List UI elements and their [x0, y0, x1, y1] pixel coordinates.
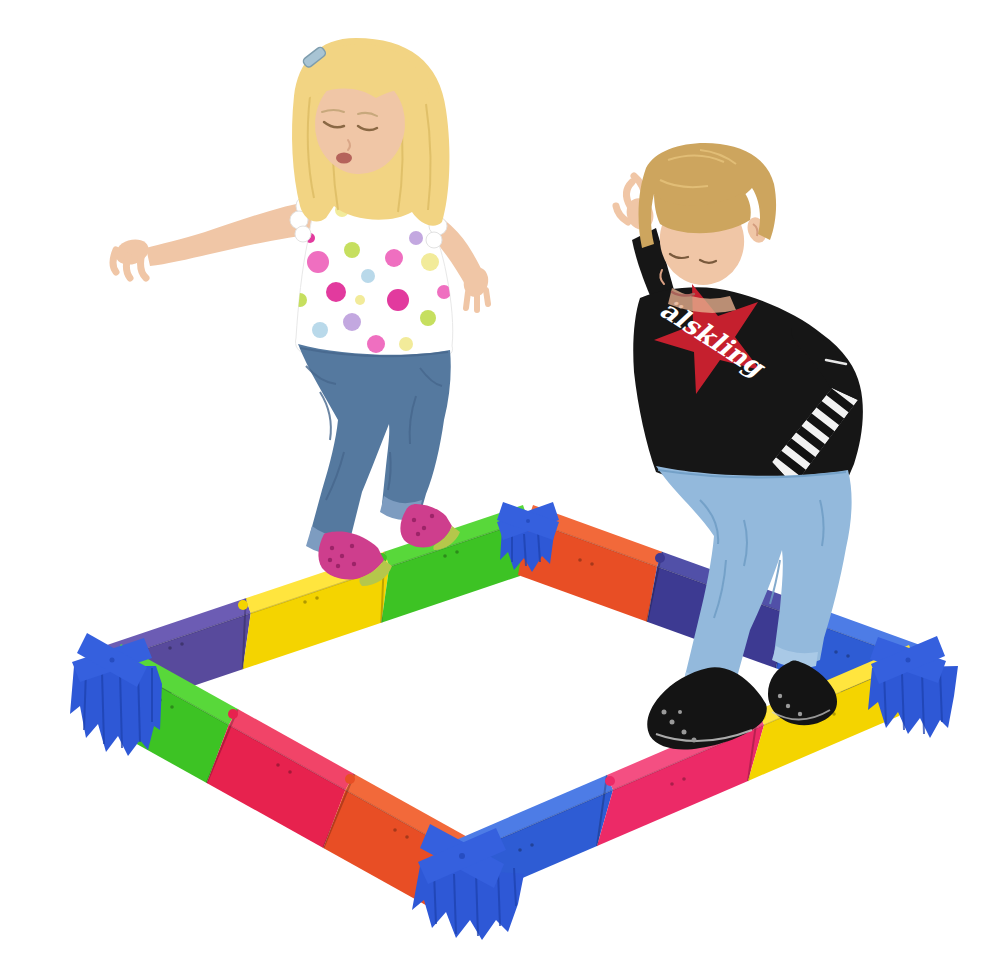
polka-dot — [399, 337, 413, 351]
sock-grip — [692, 738, 697, 743]
girl-mouth — [336, 153, 352, 164]
sock-pattern — [340, 554, 344, 558]
dimple — [530, 843, 534, 847]
photo-stage: älskling — [0, 0, 1000, 960]
polka-dot — [312, 322, 328, 338]
ruffle — [426, 232, 442, 248]
dimple — [455, 550, 459, 554]
dimple — [578, 558, 582, 562]
jigsaw-tab — [605, 776, 615, 786]
dimple — [315, 596, 319, 600]
corner-bolt — [526, 519, 530, 523]
sock-pattern — [430, 514, 434, 518]
dimple — [846, 654, 850, 658]
polka-dot — [344, 242, 360, 258]
sock-pattern — [330, 546, 334, 550]
dimple — [405, 835, 409, 839]
dimple — [518, 848, 522, 852]
sock-grip — [786, 704, 790, 708]
sock-pattern — [422, 526, 426, 530]
sock-grip — [662, 710, 667, 715]
sock-grip — [798, 712, 802, 716]
polka-dot — [361, 269, 375, 283]
dimple — [170, 705, 174, 709]
jigsaw-tab — [345, 774, 355, 784]
polka-dot — [387, 289, 409, 311]
sock-pattern — [350, 544, 354, 548]
sock-grip — [682, 730, 687, 735]
sock-pattern — [412, 518, 416, 522]
jigsaw-tab — [655, 553, 665, 563]
jigsaw-tab — [228, 709, 238, 719]
jigsaw-tab — [238, 600, 248, 610]
dimple — [834, 650, 838, 654]
dimple — [682, 777, 686, 781]
dimple — [288, 770, 292, 774]
polka-dot — [307, 251, 329, 273]
sock-grip — [670, 720, 675, 725]
polka-dot — [420, 310, 436, 326]
ruffle — [295, 226, 311, 242]
sock-pattern — [416, 532, 420, 536]
dimple — [590, 562, 594, 566]
polka-dot — [409, 231, 423, 245]
polka-dot — [343, 313, 361, 331]
dimple — [670, 782, 674, 786]
polka-dot — [421, 253, 439, 271]
sock-grip — [778, 694, 782, 698]
corner-bolt — [906, 658, 911, 663]
dimple — [443, 554, 447, 558]
dimple — [276, 763, 280, 767]
sock-pattern — [336, 564, 340, 568]
polka-dot — [355, 295, 365, 305]
dimple — [168, 646, 172, 650]
sock-pattern — [352, 562, 356, 566]
corner-bolt — [110, 658, 115, 663]
dimple — [393, 828, 397, 832]
sock-grip — [678, 710, 682, 714]
sock-pattern — [328, 558, 332, 562]
polka-dot — [367, 335, 385, 353]
dimple — [303, 600, 307, 604]
corner-bolt — [459, 853, 465, 859]
dimple — [180, 642, 184, 646]
polka-dot — [385, 249, 403, 267]
balance-beam-scene: älskling — [0, 0, 1000, 960]
polka-dot — [326, 282, 346, 302]
